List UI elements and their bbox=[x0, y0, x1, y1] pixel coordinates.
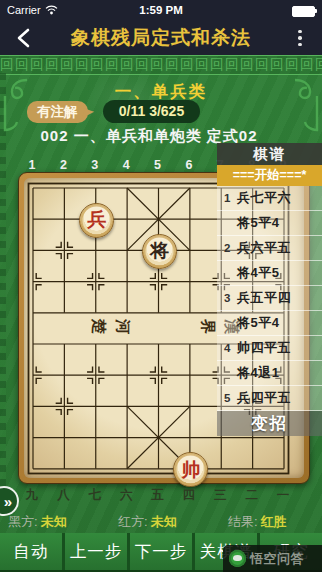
move-list-title: 棋谱 bbox=[217, 143, 322, 165]
nav-bar: 象棋残局定式和杀法 bbox=[0, 20, 322, 55]
file-label-bottom-7: 三 bbox=[211, 487, 229, 504]
file-label-bottom-1: 九 bbox=[23, 487, 41, 504]
river-label-chu-he: 楚河 bbox=[91, 317, 130, 336]
result-badge: 红胜 bbox=[261, 514, 287, 529]
move-row-7[interactable]: 4帅四平五 bbox=[217, 336, 322, 361]
slide-arrow-button[interactable]: » bbox=[0, 486, 19, 516]
move-row-6[interactable]: 将5平4 bbox=[217, 311, 322, 336]
meander-border: 回回回回回回回回回回回回回回回回回回回回回回回回回回回回回回回回回回回回回回回回 bbox=[0, 55, 322, 75]
file-label-top-6: 6 bbox=[180, 158, 198, 172]
file-label-top-2: 2 bbox=[54, 158, 72, 172]
file-label-bottom-8: 二 bbox=[243, 487, 261, 504]
annotation-badge[interactable]: 有注解 bbox=[27, 101, 88, 123]
move-row-8[interactable]: 将4退1 bbox=[217, 361, 322, 386]
move-row-1[interactable]: 1兵七平六 bbox=[217, 186, 322, 211]
variation-header[interactable]: 变招 bbox=[217, 411, 322, 436]
file-label-bottom-5: 五 bbox=[149, 487, 167, 504]
file-label-bottom-2: 八 bbox=[54, 487, 72, 504]
game-info-row: 黑方:未知 红方:未知 结果:红胜 bbox=[0, 513, 322, 531]
file-label-bottom-9: 一 bbox=[274, 487, 292, 504]
move-row-3[interactable]: 2兵六平五 bbox=[217, 236, 322, 261]
clock: 1:59 PM bbox=[0, 4, 322, 16]
watermark-text: 悟空问答 bbox=[250, 550, 304, 568]
file-label-top-5: 5 bbox=[149, 158, 167, 172]
battery-icon bbox=[292, 6, 315, 17]
file-label-top-3: 3 bbox=[86, 158, 104, 172]
prev-move-button[interactable]: 上一步 bbox=[65, 533, 127, 570]
auto-play-button[interactable]: 自动 bbox=[0, 533, 62, 570]
piece-black-将[interactable]: 将 bbox=[142, 234, 177, 269]
black-player-info: 黑方:未知 bbox=[8, 513, 67, 531]
app-screen: Carrier 1:59 PM 象棋残局定式和杀法 回回回回回回回回回回回回回回… bbox=[0, 0, 322, 572]
wukong-logo-icon bbox=[229, 550, 246, 567]
status-bar: Carrier 1:59 PM bbox=[0, 0, 322, 20]
piece-red-兵[interactable]: 兵 bbox=[79, 203, 114, 238]
move-row-4[interactable]: 将4平5 bbox=[217, 261, 322, 286]
move-row-2[interactable]: 将5平4 bbox=[217, 211, 322, 236]
next-move-button[interactable]: 下一步 bbox=[130, 533, 192, 570]
file-label-top-1: 1 bbox=[23, 158, 41, 172]
file-label-top-4: 4 bbox=[117, 158, 135, 172]
file-label-bottom-6: 四 bbox=[180, 487, 198, 504]
watermark: 悟空问答 bbox=[223, 545, 322, 572]
move-row-5[interactable]: 3兵五平四 bbox=[217, 286, 322, 311]
progress-pill: 0/11 3/625 bbox=[103, 100, 200, 123]
menu-button[interactable] bbox=[292, 26, 308, 50]
move-list-start-row[interactable]: ===开始===* bbox=[217, 165, 322, 186]
file-label-bottom-4: 六 bbox=[117, 487, 135, 504]
move-row-9[interactable]: 5兵四平五 bbox=[217, 386, 322, 411]
page-title: 象棋残局定式和杀法 bbox=[0, 25, 322, 51]
result-info: 结果:红胜 bbox=[228, 513, 287, 531]
file-label-bottom-3: 七 bbox=[86, 487, 104, 504]
move-list-panel: 棋谱 ===开始===* 1兵七平六将5平42兵六平五将4平53兵五平四将5平4… bbox=[217, 143, 322, 436]
red-player-info: 红方:未知 bbox=[118, 513, 177, 531]
